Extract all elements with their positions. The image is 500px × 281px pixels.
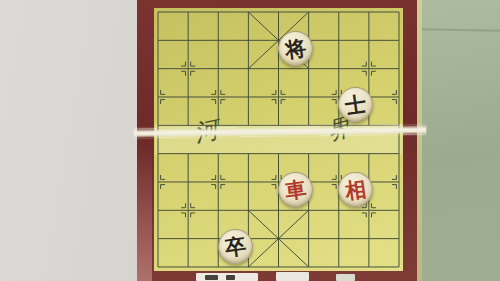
piece-red-elephant[interactable]: 相: [338, 172, 373, 207]
piece-red-chariot[interactable]: 車: [278, 172, 313, 207]
piece-black-soldier[interactable]: 卒: [218, 229, 253, 264]
piece-black-general[interactable]: 将: [278, 31, 313, 66]
xiangqi-board-frame: 河 界 将士車相卒: [137, 0, 422, 281]
piece-glyph: 相: [344, 178, 368, 202]
piece-glyph: 士: [344, 93, 368, 117]
xiangqi-board-field[interactable]: 河 界 将士車相卒: [154, 8, 403, 271]
piece-black-advisor[interactable]: 士: [338, 87, 373, 122]
piece-glyph: 将: [284, 36, 308, 60]
pieces-layer: 将士車相卒: [160, 6, 431, 281]
board-edge-reflection: [137, 146, 152, 281]
piece-glyph: 卒: [223, 235, 247, 259]
piece-glyph: 車: [284, 178, 308, 202]
table-surface-right: [420, 0, 500, 281]
